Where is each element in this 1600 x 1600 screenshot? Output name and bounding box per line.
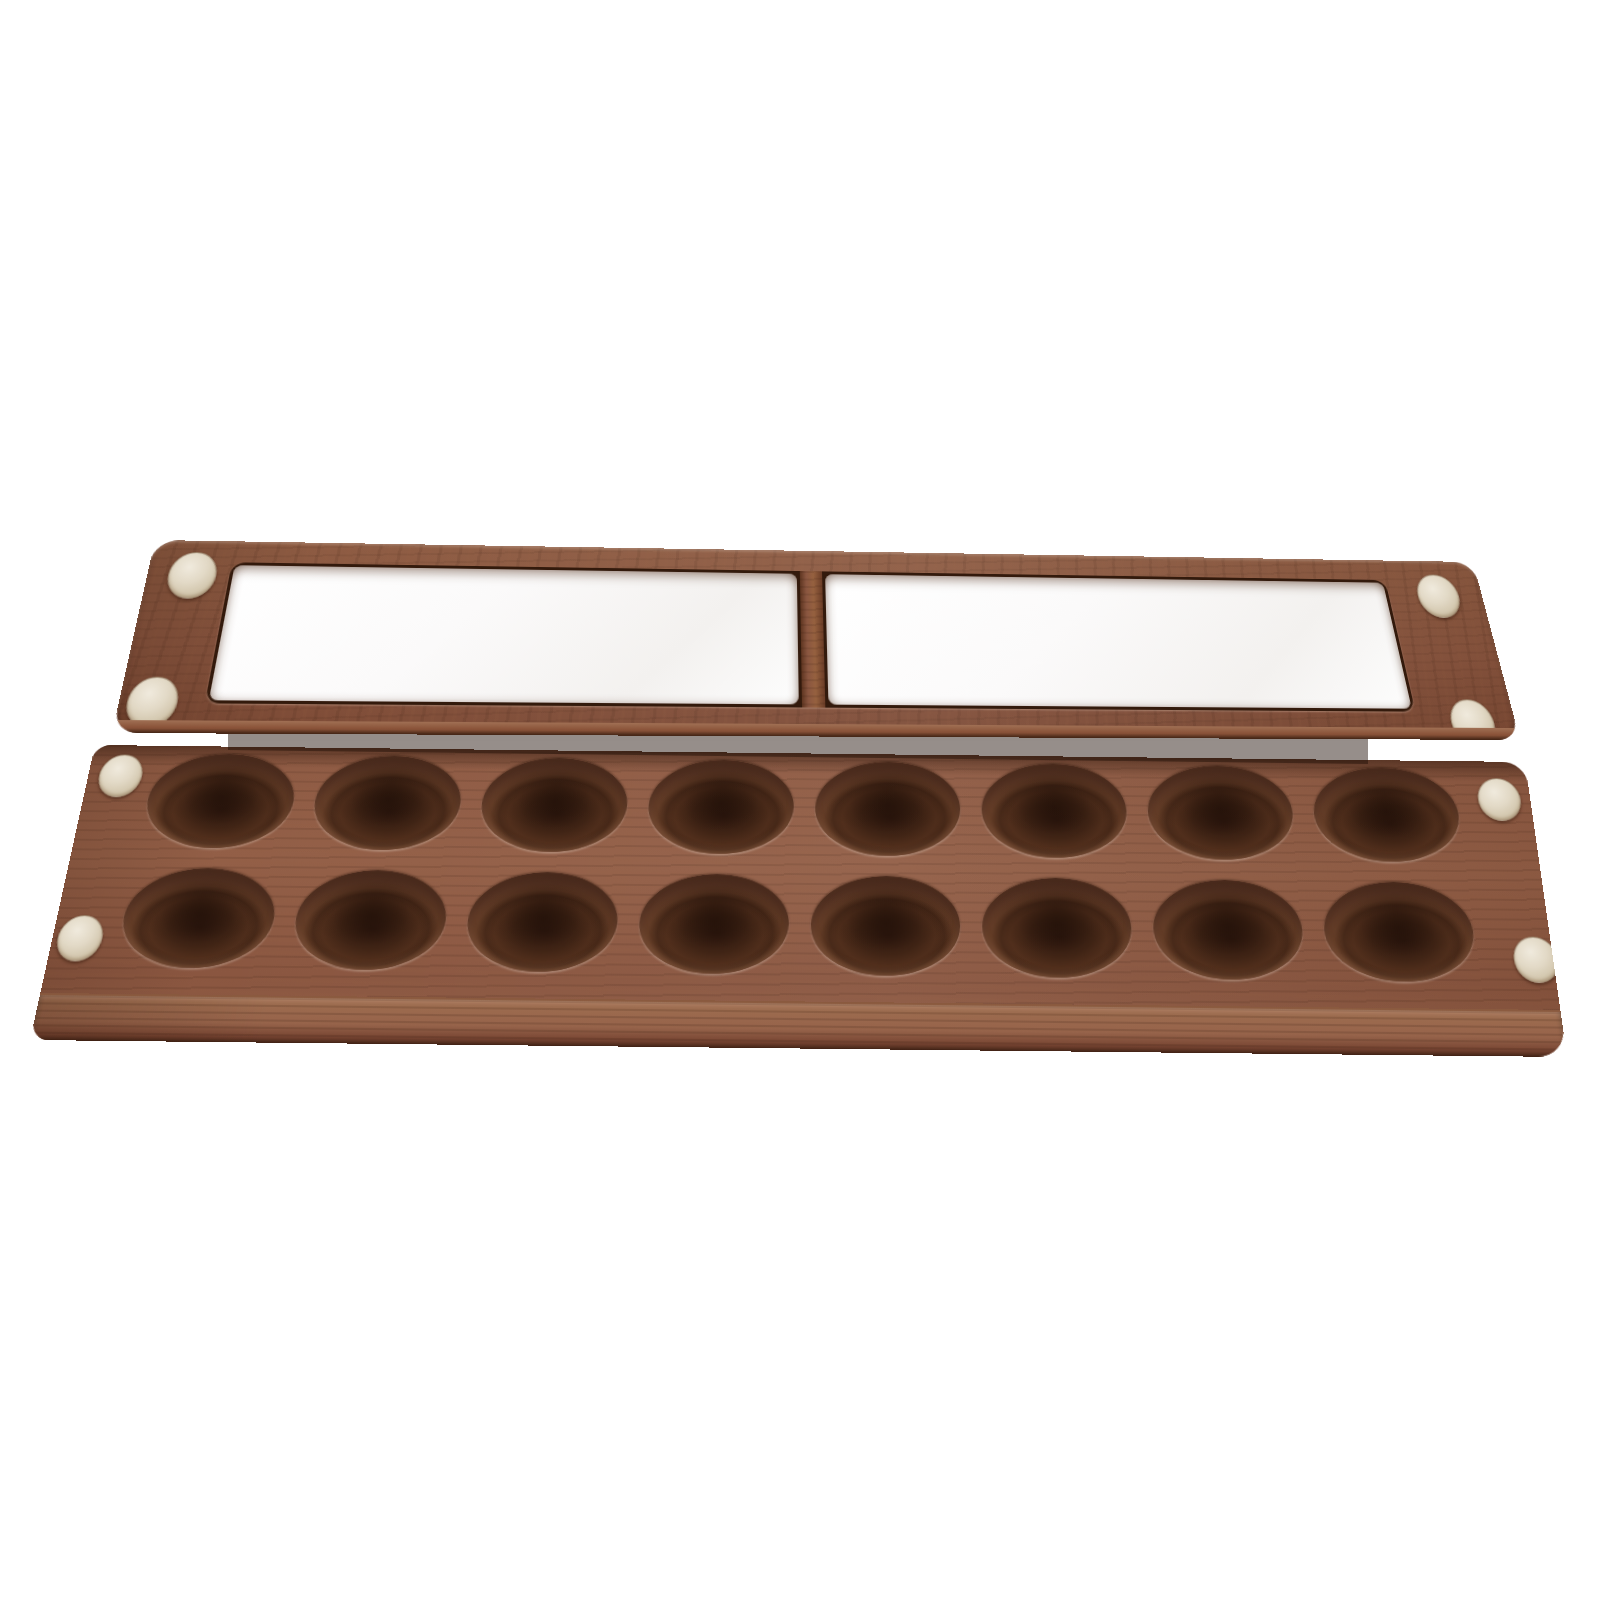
pit-r1-c7: [1320, 881, 1479, 982]
pit-r0-c1: [307, 755, 466, 851]
pit-r0-c4: [814, 761, 961, 857]
pit-r0-c7: [1310, 767, 1464, 863]
lid-center-divider: [800, 571, 826, 708]
pit-r1-c3: [636, 873, 791, 974]
lid-frame-opening: [205, 562, 1416, 711]
product-photo-mancala-set: [0, 0, 1600, 1600]
lid-magnet-top-right: [1413, 574, 1465, 618]
pit-r0-c0: [138, 753, 301, 849]
pit-r1-c1: [288, 869, 452, 970]
pit-r0-c6: [1146, 765, 1297, 861]
pit-r0-c3: [645, 759, 796, 855]
pit-grid: [40, 745, 1560, 1010]
pit-r1-c5: [982, 877, 1133, 978]
mancala-board: [30, 745, 1567, 1057]
lid-magnet-top-left: [163, 552, 221, 599]
pit-r0-c5: [981, 763, 1128, 859]
pit-r1-c2: [462, 871, 622, 972]
mancala-lid: [112, 540, 1520, 740]
pit-r1-c4: [809, 875, 960, 976]
lid-panel-right: [825, 574, 1412, 708]
pit-r1-c0: [114, 867, 282, 968]
pit-r0-c2: [476, 757, 631, 853]
lid-panel-left: [209, 565, 799, 704]
pit-r1-c6: [1151, 879, 1306, 980]
